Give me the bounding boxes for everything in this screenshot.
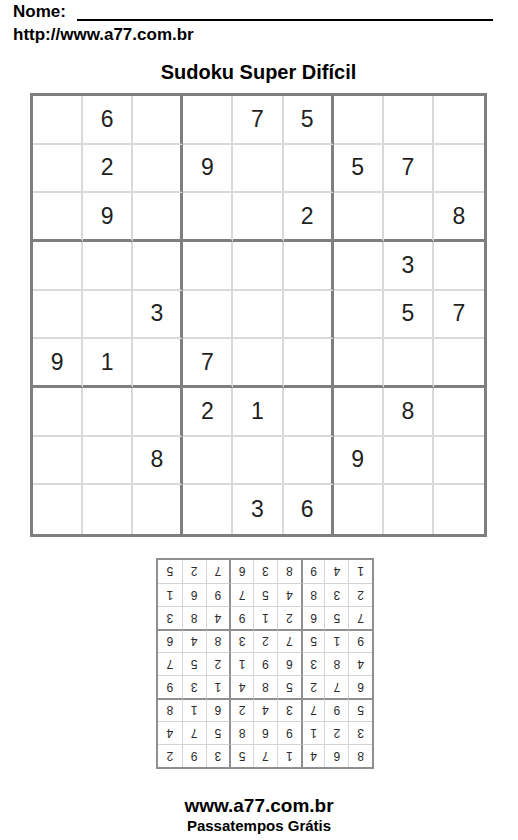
sudoku-grid-cell-r6c4: 7 [183, 339, 233, 388]
sudoku-grid-cell-r9c1 [33, 485, 83, 534]
sudoku-grid-cell-r8c3: 8 [133, 437, 183, 486]
solution-grid-cell-r9c9: 5 [158, 560, 182, 583]
footer-site: www.a77.com.br [0, 795, 518, 817]
sudoku-grid-cell-r4c2 [83, 242, 133, 291]
solution-grid-cell-r4c1: 6 [348, 675, 372, 698]
sudoku-grid-cell-r6c3 [133, 339, 183, 388]
solution-grid-cell-r3c5: 4 [253, 698, 277, 721]
solution-grid: 8641753923219685745973426186725841394836… [156, 558, 374, 769]
sudoku-grid-cell-r5c3: 3 [133, 291, 183, 340]
sudoku-grid-cell-r6c5 [233, 339, 283, 388]
sudoku-grid-cell-r3c3 [133, 193, 183, 242]
sudoku-grid-cell-r3c4 [183, 193, 233, 242]
sudoku-grid-cell-r3c9: 8 [434, 193, 484, 242]
solution-grid-cell-r5c6: 1 [229, 652, 253, 675]
solution-grid-cell-r7c9: 3 [158, 606, 182, 629]
sudoku-grid-cell-r5c5 [233, 291, 283, 340]
solution-grid-cell-r6c2: 1 [324, 629, 348, 652]
sudoku-grid-cell-r9c5: 3 [233, 485, 283, 534]
solution-grid-cell-r3c6: 2 [229, 698, 253, 721]
sudoku-grid-cell-r1c8 [384, 96, 434, 145]
sudoku-grid-cell-r2c3 [133, 145, 183, 194]
solution-grid-cell-r2c4: 9 [277, 721, 301, 744]
sudoku-grid-cell-r3c2: 9 [83, 193, 133, 242]
solution-grid-cell-r1c6: 5 [229, 744, 253, 767]
sudoku-grid-cell-r7c4: 2 [183, 388, 233, 437]
sudoku-grid-cell-r1c6: 5 [284, 96, 334, 145]
printable-sudoku-page: Nome: http://www.a77.com.br Sudoku Super… [0, 0, 518, 840]
solution-grid-cell-r9c7: 7 [206, 560, 230, 583]
solution-grid-cell-r9c5: 3 [253, 560, 277, 583]
solution-grid-cell-r8c6: 7 [229, 583, 253, 606]
solution-grid-cell-r8c8: 6 [182, 583, 206, 606]
sudoku-grid-cell-r4c1 [33, 242, 83, 291]
solution-grid-cell-r8c1: 2 [348, 583, 372, 606]
sudoku-grid-cell-r3c8 [384, 193, 434, 242]
sudoku-grid-cell-r5c6 [284, 291, 334, 340]
solution-grid-cell-r4c3: 2 [301, 675, 325, 698]
sudoku-grid-cell-r3c7 [334, 193, 384, 242]
sudoku-grid: 675295792833579172188936 [30, 93, 487, 537]
solution-grid-cell-r9c2: 4 [324, 560, 348, 583]
sudoku-grid-cell-r1c3 [133, 96, 183, 145]
sudoku-grid-cell-r9c2 [83, 485, 133, 534]
solution-grid-cell-r1c2: 6 [324, 744, 348, 767]
solution-grid-cell-r3c2: 9 [324, 698, 348, 721]
sudoku-grid-cell-r9c7 [334, 485, 384, 534]
solution-grid-cell-r7c1: 7 [348, 606, 372, 629]
solution-grid-cell-r7c5: 1 [253, 606, 277, 629]
solution-grid-cell-r6c8: 4 [182, 629, 206, 652]
sudoku-grid-cell-r5c8: 5 [384, 291, 434, 340]
solution-grid-cell-r7c7: 4 [206, 606, 230, 629]
sudoku-grid-cell-r7c1 [33, 388, 83, 437]
sudoku-grid-cell-r2c2: 2 [83, 145, 133, 194]
solution-grid-cell-r9c1: 1 [348, 560, 372, 583]
sudoku-grid-cell-r5c7 [334, 291, 384, 340]
sudoku-grid-cell-r8c7: 9 [334, 437, 384, 486]
solution-grid-cell-r8c4: 4 [277, 583, 301, 606]
solution-grid-cell-r5c8: 5 [182, 652, 206, 675]
sudoku-grid-cell-r4c8: 3 [384, 242, 434, 291]
sudoku-grid-cell-r3c6: 2 [284, 193, 334, 242]
sudoku-grid-cell-r7c9 [434, 388, 484, 437]
solution-grid-cell-r9c3: 9 [301, 560, 325, 583]
sudoku-grid-cell-r6c6 [284, 339, 334, 388]
sudoku-grid-cell-r8c4 [183, 437, 233, 486]
solution-grid-cell-r1c9: 2 [158, 744, 182, 767]
solution-grid-cell-r1c1: 8 [348, 744, 372, 767]
sudoku-grid-cell-r2c9 [434, 145, 484, 194]
solution-grid-cell-r4c7: 1 [206, 675, 230, 698]
solution-grid-cell-r1c4: 1 [277, 744, 301, 767]
sudoku-grid-cell-r1c4 [183, 96, 233, 145]
sudoku-grid-cell-r9c6: 6 [284, 485, 334, 534]
sudoku-grid-cell-r1c7 [334, 96, 384, 145]
solution-grid-cell-r1c8: 9 [182, 744, 206, 767]
solution-grid-cell-r2c2: 2 [324, 721, 348, 744]
solution-grid-cell-r8c2: 3 [324, 583, 348, 606]
sudoku-grid-cell-r6c7 [334, 339, 384, 388]
sudoku-grid-cell-r8c6 [284, 437, 334, 486]
sudoku-grid-cell-r9c3 [133, 485, 183, 534]
footer-tagline: Passatempos Grátis [0, 817, 518, 834]
solution-grid-cell-r4c5: 8 [253, 675, 277, 698]
solution-grid-cell-r4c6: 4 [229, 675, 253, 698]
solution-grid-cell-r8c9: 1 [158, 583, 182, 606]
sudoku-grid-cell-r5c4 [183, 291, 233, 340]
solution-grid-cell-r4c2: 7 [324, 675, 348, 698]
solution-grid-cell-r5c3: 3 [301, 652, 325, 675]
solution-grid-cell-r4c9: 9 [158, 675, 182, 698]
sudoku-grid-cell-r6c9 [434, 339, 484, 388]
sudoku-grid-cell-r9c8 [384, 485, 434, 534]
solution-grid-cell-r9c4: 8 [277, 560, 301, 583]
sudoku-grid-cell-r9c4 [183, 485, 233, 534]
solution-grid-cell-r6c5: 2 [253, 629, 277, 652]
solution-grid-cell-r2c8: 7 [182, 721, 206, 744]
solution-grid-cell-r7c2: 5 [324, 606, 348, 629]
sudoku-grid-cell-r5c1 [33, 291, 83, 340]
puzzle-title: Sudoku Super Difícil [30, 61, 487, 84]
sudoku-grid-cell-r7c8: 8 [384, 388, 434, 437]
solution-grid-cell-r3c4: 3 [277, 698, 301, 721]
solution-grid-cell-r8c7: 9 [206, 583, 230, 606]
solution-grid-cell-r2c1: 3 [348, 721, 372, 744]
sudoku-grid-cell-r7c5: 1 [233, 388, 283, 437]
solution-grid-cell-r2c3: 1 [301, 721, 325, 744]
solution-grid-cell-r3c7: 6 [206, 698, 230, 721]
solution-grid-cell-r6c9: 6 [158, 629, 182, 652]
sudoku-grid-cell-r4c6 [284, 242, 334, 291]
sudoku-grid-cell-r6c1: 9 [33, 339, 83, 388]
solution-grid-cell-r2c6: 8 [229, 721, 253, 744]
solution-grid-cell-r4c8: 3 [182, 675, 206, 698]
sudoku-grid-cell-r1c5: 7 [233, 96, 283, 145]
solution-grid-cell-r3c3: 7 [301, 698, 325, 721]
sudoku-grid-cell-r2c7: 5 [334, 145, 384, 194]
sudoku-grid-cell-r8c2 [83, 437, 133, 486]
solution-grid-cell-r5c9: 7 [158, 652, 182, 675]
sudoku-grid-cell-r8c1 [33, 437, 83, 486]
solution-grid-cell-r7c4: 2 [277, 606, 301, 629]
sudoku-grid-cell-r1c2: 6 [83, 96, 133, 145]
solution-grid-cell-r7c3: 6 [301, 606, 325, 629]
sudoku-grid-cell-r9c9 [434, 485, 484, 534]
solution-grid-cell-r9c8: 2 [182, 560, 206, 583]
sudoku-grid-cell-r6c8 [384, 339, 434, 388]
sudoku-grid-cell-r2c5 [233, 145, 283, 194]
sudoku-grid-cell-r2c4: 9 [183, 145, 233, 194]
solution-grid-cell-r6c6: 3 [229, 629, 253, 652]
solution-grid-cell-r5c7: 2 [206, 652, 230, 675]
solution-grid-cell-r5c5: 9 [253, 652, 277, 675]
solution-grid-cell-r2c5: 6 [253, 721, 277, 744]
solution-grid-cell-r5c4: 6 [277, 652, 301, 675]
sudoku-grid-cell-r5c9: 7 [434, 291, 484, 340]
solution-grid-cell-r1c3: 4 [301, 744, 325, 767]
solution-grid-cell-r6c3: 5 [301, 629, 325, 652]
sudoku-grid-cell-r8c8 [384, 437, 434, 486]
sudoku-grid-cell-r4c7 [334, 242, 384, 291]
solution-grid-cell-r2c9: 4 [158, 721, 182, 744]
sudoku-grid-cell-r7c2 [83, 388, 133, 437]
solution-grid-cell-r7c6: 9 [229, 606, 253, 629]
solution-grid-cell-r3c8: 1 [182, 698, 206, 721]
sudoku-grid-cell-r7c6 [284, 388, 334, 437]
sudoku-grid-cell-r4c9 [434, 242, 484, 291]
sudoku-grid-cell-r3c1 [33, 193, 83, 242]
solution-grid-cell-r3c9: 8 [158, 698, 182, 721]
sudoku-grid-cell-r8c9 [434, 437, 484, 486]
sudoku-grid-cell-r7c3 [133, 388, 183, 437]
sudoku-grid-cell-r3c5 [233, 193, 283, 242]
solution-grid-cell-r6c1: 9 [348, 629, 372, 652]
solution-grid-cell-r1c5: 7 [253, 744, 277, 767]
solution-grid-cell-r5c2: 8 [324, 652, 348, 675]
sudoku-grid-cell-r4c3 [133, 242, 183, 291]
solution-grid-cell-r8c5: 5 [253, 583, 277, 606]
solution-grid-cell-r8c3: 8 [301, 583, 325, 606]
solution-grid-cell-r3c1: 5 [348, 698, 372, 721]
solution-grid-cell-r6c4: 7 [277, 629, 301, 652]
sudoku-grid-cell-r2c1 [33, 145, 83, 194]
sudoku-grid-cell-r7c7 [334, 388, 384, 437]
sudoku-grid-cell-r4c5 [233, 242, 283, 291]
sudoku-grid-cell-r1c1 [33, 96, 83, 145]
solution-grid-cell-r7c8: 8 [182, 606, 206, 629]
name-label: Nome: [13, 2, 66, 22]
name-fill-line [77, 19, 493, 21]
solution-grid-cell-r1c7: 3 [206, 744, 230, 767]
sudoku-grid-cell-r2c6 [284, 145, 334, 194]
sudoku-grid-cell-r6c2: 1 [83, 339, 133, 388]
solution-grid-cell-r4c4: 5 [277, 675, 301, 698]
sudoku-grid-cell-r1c9 [434, 96, 484, 145]
sudoku-grid-cell-r5c2 [83, 291, 133, 340]
sudoku-grid-cell-r4c4 [183, 242, 233, 291]
sudoku-grid-cell-r8c5 [233, 437, 283, 486]
solution-grid-cell-r2c7: 5 [206, 721, 230, 744]
solution-grid-cell-r5c1: 4 [348, 652, 372, 675]
sudoku-grid-cell-r2c8: 7 [384, 145, 434, 194]
solution-grid-cell-r6c7: 8 [206, 629, 230, 652]
solution-grid-cell-r9c6: 6 [229, 560, 253, 583]
site-url-header: http://www.a77.com.br [13, 25, 194, 45]
